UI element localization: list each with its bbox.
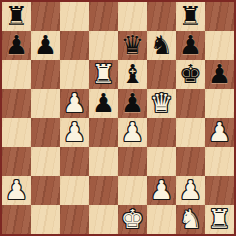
piece-white-pawn: ♟ (150, 177, 173, 203)
square-d5[interactable]: ♟ (89, 89, 118, 118)
square-g3[interactable] (176, 147, 205, 176)
square-a7[interactable]: ♟ (2, 31, 31, 60)
square-e5[interactable]: ♟ (118, 89, 147, 118)
square-h5[interactable] (205, 89, 234, 118)
square-f1[interactable] (147, 205, 176, 234)
square-g8[interactable]: ♜ (176, 2, 205, 31)
square-b6[interactable] (31, 60, 60, 89)
square-b4[interactable] (31, 118, 60, 147)
piece-black-rook: ♜ (179, 3, 202, 29)
square-f2[interactable]: ♟ (147, 176, 176, 205)
square-a4[interactable] (2, 118, 31, 147)
square-c5[interactable]: ♟ (60, 89, 89, 118)
square-a2[interactable]: ♟ (2, 176, 31, 205)
piece-black-pawn: ♟ (34, 32, 57, 58)
square-b3[interactable] (31, 147, 60, 176)
square-d4[interactable] (89, 118, 118, 147)
piece-black-king: ♚ (179, 61, 202, 87)
square-d6[interactable]: ♜ (89, 60, 118, 89)
square-b8[interactable] (31, 2, 60, 31)
square-h4[interactable]: ♟ (205, 118, 234, 147)
piece-black-pawn: ♟ (5, 32, 28, 58)
piece-white-queen: ♛ (150, 90, 173, 116)
piece-black-bishop: ♝ (121, 61, 144, 87)
piece-white-pawn: ♟ (179, 177, 202, 203)
piece-white-pawn: ♟ (121, 119, 144, 145)
piece-white-pawn: ♟ (63, 119, 86, 145)
square-c1[interactable] (60, 205, 89, 234)
square-f7[interactable]: ♞ (147, 31, 176, 60)
square-g5[interactable] (176, 89, 205, 118)
square-h6[interactable]: ♟ (205, 60, 234, 89)
square-a8[interactable]: ♜ (2, 2, 31, 31)
piece-white-pawn: ♟ (5, 177, 28, 203)
piece-black-pawn: ♟ (92, 90, 115, 116)
square-g4[interactable] (176, 118, 205, 147)
square-c8[interactable] (60, 2, 89, 31)
piece-white-pawn: ♟ (208, 119, 231, 145)
square-d1[interactable] (89, 205, 118, 234)
square-a1[interactable] (2, 205, 31, 234)
square-g2[interactable]: ♟ (176, 176, 205, 205)
square-b7[interactable]: ♟ (31, 31, 60, 60)
square-c6[interactable] (60, 60, 89, 89)
piece-black-pawn: ♟ (121, 90, 144, 116)
square-c2[interactable] (60, 176, 89, 205)
square-e8[interactable] (118, 2, 147, 31)
square-e1[interactable]: ♚ (118, 205, 147, 234)
square-b5[interactable] (31, 89, 60, 118)
square-f6[interactable] (147, 60, 176, 89)
square-f5[interactable]: ♛ (147, 89, 176, 118)
square-d7[interactable] (89, 31, 118, 60)
square-c4[interactable]: ♟ (60, 118, 89, 147)
square-f4[interactable] (147, 118, 176, 147)
square-b2[interactable] (31, 176, 60, 205)
square-a6[interactable] (2, 60, 31, 89)
piece-black-queen: ♛ (121, 32, 144, 58)
square-a3[interactable] (2, 147, 31, 176)
piece-black-pawn: ♟ (179, 32, 202, 58)
square-a5[interactable] (2, 89, 31, 118)
square-h7[interactable] (205, 31, 234, 60)
square-h2[interactable] (205, 176, 234, 205)
square-h1[interactable]: ♜ (205, 205, 234, 234)
piece-white-rook: ♜ (92, 61, 115, 87)
square-d2[interactable] (89, 176, 118, 205)
piece-white-rook: ♜ (208, 206, 231, 232)
square-d8[interactable] (89, 2, 118, 31)
square-b1[interactable] (31, 205, 60, 234)
piece-black-rook: ♜ (5, 3, 28, 29)
square-f3[interactable] (147, 147, 176, 176)
square-e4[interactable]: ♟ (118, 118, 147, 147)
piece-white-king: ♚ (121, 206, 144, 232)
piece-white-knight: ♞ (179, 206, 202, 232)
square-e6[interactable]: ♝ (118, 60, 147, 89)
square-g7[interactable]: ♟ (176, 31, 205, 60)
square-d3[interactable] (89, 147, 118, 176)
square-e2[interactable] (118, 176, 147, 205)
square-e7[interactable]: ♛ (118, 31, 147, 60)
square-f8[interactable] (147, 2, 176, 31)
square-e3[interactable] (118, 147, 147, 176)
piece-white-pawn: ♟ (63, 90, 86, 116)
piece-black-knight: ♞ (150, 32, 173, 58)
square-c7[interactable] (60, 31, 89, 60)
chess-board: ♜♜♟♟♛♞♟♜♝♚♟♟♟♟♛♟♟♟♟♟♟♚♞♜ (0, 0, 236, 236)
square-g1[interactable]: ♞ (176, 205, 205, 234)
square-h3[interactable] (205, 147, 234, 176)
piece-black-pawn: ♟ (208, 61, 231, 87)
square-g6[interactable]: ♚ (176, 60, 205, 89)
square-h8[interactable] (205, 2, 234, 31)
square-c3[interactable] (60, 147, 89, 176)
